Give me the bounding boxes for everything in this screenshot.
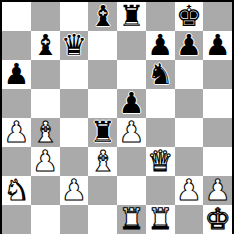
square-e4[interactable]: ♟ [117, 118, 146, 147]
square-h4[interactable] [203, 118, 232, 147]
square-c4[interactable] [60, 118, 89, 147]
square-f3[interactable]: ♛ [146, 147, 175, 176]
white-pawn-a4[interactable]: ♟ [3, 118, 29, 147]
square-d6[interactable] [88, 60, 117, 89]
square-g5[interactable] [175, 89, 204, 118]
white-bishop-b4[interactable]: ♝ [32, 118, 58, 147]
square-d8[interactable]: ♝ [88, 2, 117, 31]
square-a3[interactable] [2, 147, 31, 176]
square-g3[interactable] [175, 147, 204, 176]
square-h1[interactable]: ♚ [203, 205, 232, 234]
black-pawn-h7[interactable]: ♟ [205, 31, 231, 60]
square-f4[interactable] [146, 118, 175, 147]
black-king-g8[interactable]: ♚ [176, 2, 202, 31]
white-rook-e1[interactable]: ♜ [118, 205, 144, 234]
black-pawn-e5[interactable]: ♟ [118, 89, 144, 118]
black-rook-e8[interactable]: ♜ [118, 2, 144, 31]
black-bishop-b7[interactable]: ♝ [32, 31, 58, 60]
square-g8[interactable]: ♚ [175, 2, 204, 31]
square-h8[interactable] [203, 2, 232, 31]
square-e3[interactable] [117, 147, 146, 176]
black-pawn-a6[interactable]: ♟ [3, 60, 29, 89]
square-e7[interactable] [117, 31, 146, 60]
square-a1[interactable] [2, 205, 31, 234]
square-a2[interactable]: ♞ [2, 176, 31, 205]
black-rook-d4[interactable]: ♜ [90, 118, 116, 147]
square-c6[interactable] [60, 60, 89, 89]
square-b6[interactable] [31, 60, 60, 89]
black-pawn-g7[interactable]: ♟ [176, 31, 202, 60]
square-g1[interactable] [175, 205, 204, 234]
black-knight-f6[interactable]: ♞ [147, 60, 173, 89]
square-d7[interactable] [88, 31, 117, 60]
square-b2[interactable] [31, 176, 60, 205]
square-b8[interactable] [31, 2, 60, 31]
square-h2[interactable]: ♟ [203, 176, 232, 205]
square-h6[interactable] [203, 60, 232, 89]
square-c7[interactable]: ♛ [60, 31, 89, 60]
square-f1[interactable]: ♜ [146, 205, 175, 234]
white-pawn-e4[interactable]: ♟ [118, 118, 144, 147]
square-a5[interactable] [2, 89, 31, 118]
square-a4[interactable]: ♟ [2, 118, 31, 147]
square-c2[interactable]: ♟ [60, 176, 89, 205]
square-g2[interactable]: ♟ [175, 176, 204, 205]
white-bishop-d3[interactable]: ♝ [90, 147, 116, 176]
square-a6[interactable]: ♟ [2, 60, 31, 89]
square-b7[interactable]: ♝ [31, 31, 60, 60]
square-b4[interactable]: ♝ [31, 118, 60, 147]
square-g6[interactable] [175, 60, 204, 89]
square-e8[interactable]: ♜ [117, 2, 146, 31]
square-f2[interactable] [146, 176, 175, 205]
square-e5[interactable]: ♟ [117, 89, 146, 118]
chess-board: ♝♜♚♝♛♟♟♟♟♞♟♟♝♜♟♟♝♛♞♟♟♟♜♜♚ [0, 0, 234, 234]
square-f5[interactable] [146, 89, 175, 118]
square-g7[interactable]: ♟ [175, 31, 204, 60]
square-c3[interactable] [60, 147, 89, 176]
white-knight-a2[interactable]: ♞ [3, 176, 29, 205]
square-c1[interactable] [60, 205, 89, 234]
square-h5[interactable] [203, 89, 232, 118]
square-e2[interactable] [117, 176, 146, 205]
square-f8[interactable] [146, 2, 175, 31]
white-rook-f1[interactable]: ♜ [147, 205, 173, 234]
white-pawn-g2[interactable]: ♟ [176, 176, 202, 205]
square-b3[interactable]: ♟ [31, 147, 60, 176]
white-king-h1[interactable]: ♚ [205, 205, 231, 234]
white-pawn-b3[interactable]: ♟ [32, 147, 58, 176]
square-c5[interactable] [60, 89, 89, 118]
black-queen-c7[interactable]: ♛ [61, 31, 87, 60]
square-e6[interactable] [117, 60, 146, 89]
square-g4[interactable] [175, 118, 204, 147]
square-d5[interactable] [88, 89, 117, 118]
black-pawn-f7[interactable]: ♟ [147, 31, 173, 60]
square-c8[interactable] [60, 2, 89, 31]
square-d2[interactable] [88, 176, 117, 205]
square-b5[interactable] [31, 89, 60, 118]
square-h3[interactable] [203, 147, 232, 176]
black-bishop-d8[interactable]: ♝ [90, 2, 116, 31]
chess-diagram: ♝♜♚♝♛♟♟♟♟♞♟♟♝♜♟♟♝♛♞♟♟♟♜♜♚ [0, 0, 234, 234]
square-f7[interactable]: ♟ [146, 31, 175, 60]
square-a8[interactable] [2, 2, 31, 31]
square-f6[interactable]: ♞ [146, 60, 175, 89]
square-d3[interactable]: ♝ [88, 147, 117, 176]
square-d1[interactable] [88, 205, 117, 234]
square-e1[interactable]: ♜ [117, 205, 146, 234]
white-pawn-h2[interactable]: ♟ [205, 176, 231, 205]
square-b1[interactable] [31, 205, 60, 234]
white-queen-f3[interactable]: ♛ [147, 147, 173, 176]
square-h7[interactable]: ♟ [203, 31, 232, 60]
square-d4[interactable]: ♜ [88, 118, 117, 147]
white-pawn-c2[interactable]: ♟ [61, 176, 87, 205]
square-a7[interactable] [2, 31, 31, 60]
